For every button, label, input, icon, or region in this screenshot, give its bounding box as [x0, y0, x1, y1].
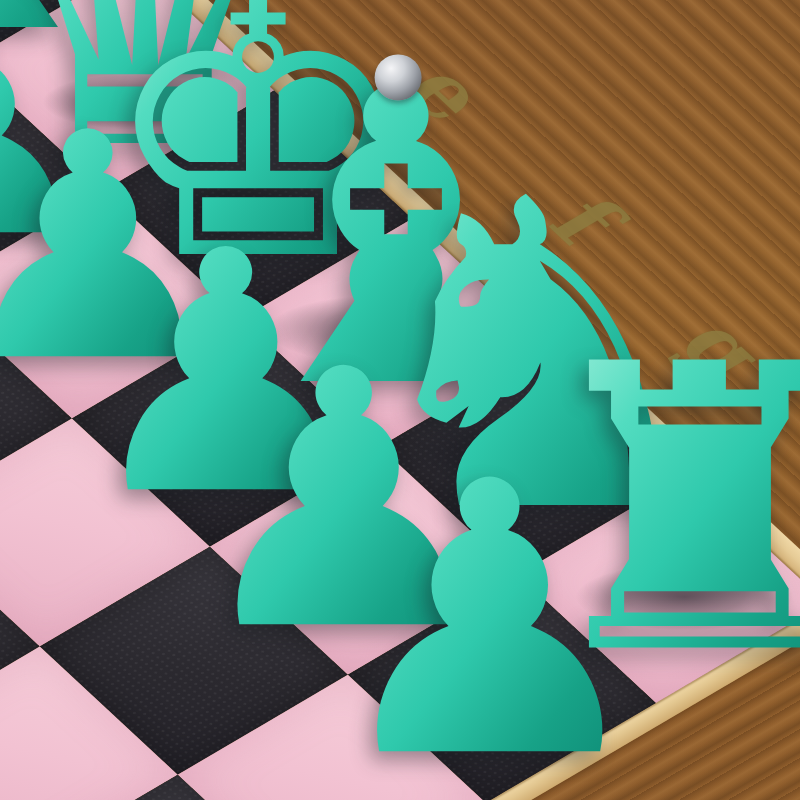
silver-ball-finial-f1: [375, 54, 422, 101]
chess-photo-stage: abcdefgh ♝♛♟♚♟♝♟♞♟♜♟: [0, 0, 800, 800]
piece-teal-pawn-h2[interactable]: ♟: [321, 433, 658, 800]
